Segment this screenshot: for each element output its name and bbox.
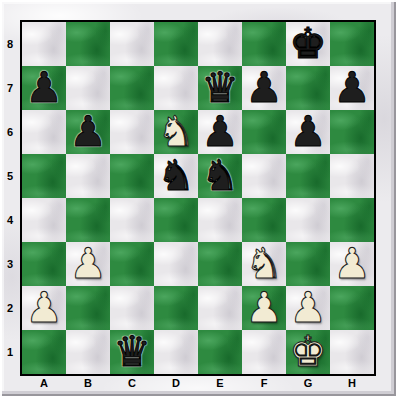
square-a7[interactable]: ♟ (22, 66, 66, 110)
square-e2[interactable] (198, 286, 242, 330)
square-b2[interactable] (66, 286, 110, 330)
square-a5[interactable] (22, 154, 66, 198)
square-b3[interactable]: ♟ (66, 242, 110, 286)
square-a3[interactable] (22, 242, 66, 286)
square-f4[interactable] (242, 198, 286, 242)
square-e3[interactable] (198, 242, 242, 286)
white-pawn-a2[interactable]: ♟ (25, 286, 63, 330)
square-d3[interactable] (154, 242, 198, 286)
square-h8[interactable] (330, 22, 374, 66)
square-f6[interactable] (242, 110, 286, 154)
square-c6[interactable] (110, 110, 154, 154)
square-g1[interactable]: ♚ (286, 330, 330, 374)
square-a4[interactable] (22, 198, 66, 242)
square-c5[interactable] (110, 154, 154, 198)
square-c4[interactable] (110, 198, 154, 242)
square-f3[interactable]: ♞ (242, 242, 286, 286)
rank-label-2: 2 (0, 286, 20, 330)
black-pawn-g6[interactable]: ♟ (289, 110, 327, 154)
square-e1[interactable] (198, 330, 242, 374)
square-d1[interactable] (154, 330, 198, 374)
square-h3[interactable]: ♟ (330, 242, 374, 286)
square-d8[interactable] (154, 22, 198, 66)
square-f7[interactable]: ♟ (242, 66, 286, 110)
square-g8[interactable]: ♚ (286, 22, 330, 66)
black-queen-c1[interactable]: ♛ (113, 330, 151, 374)
white-knight-d6[interactable]: ♞ (157, 110, 195, 154)
square-d6[interactable]: ♞ (154, 110, 198, 154)
square-g3[interactable] (286, 242, 330, 286)
file-label-g: G (286, 374, 330, 396)
square-b7[interactable] (66, 66, 110, 110)
file-label-f: F (242, 374, 286, 396)
black-pawn-e6[interactable]: ♟ (201, 110, 239, 154)
file-label-a: A (22, 374, 66, 396)
white-pawn-h3[interactable]: ♟ (333, 242, 371, 286)
white-pawn-g2[interactable]: ♟ (289, 286, 327, 330)
black-pawn-h7[interactable]: ♟ (333, 66, 371, 110)
white-knight-f3[interactable]: ♞ (245, 242, 283, 286)
square-e4[interactable] (198, 198, 242, 242)
square-b6[interactable]: ♟ (66, 110, 110, 154)
square-g5[interactable] (286, 154, 330, 198)
file-labels: ABCDEFGH (22, 374, 374, 396)
black-knight-e5[interactable]: ♞ (201, 154, 239, 198)
rank-label-4: 4 (0, 198, 20, 242)
black-pawn-b6[interactable]: ♟ (69, 110, 107, 154)
square-h7[interactable]: ♟ (330, 66, 374, 110)
black-queen-e7[interactable]: ♛ (201, 66, 239, 110)
black-pawn-f7[interactable]: ♟ (245, 66, 283, 110)
square-a8[interactable] (22, 22, 66, 66)
file-label-b: B (66, 374, 110, 396)
square-f5[interactable] (242, 154, 286, 198)
square-c7[interactable] (110, 66, 154, 110)
square-a2[interactable]: ♟ (22, 286, 66, 330)
square-b1[interactable] (66, 330, 110, 374)
square-h4[interactable] (330, 198, 374, 242)
square-f2[interactable]: ♟ (242, 286, 286, 330)
square-c2[interactable] (110, 286, 154, 330)
rank-label-8: 8 (0, 22, 20, 66)
square-f8[interactable] (242, 22, 286, 66)
square-g7[interactable] (286, 66, 330, 110)
rank-label-7: 7 (0, 66, 20, 110)
white-king-g1[interactable]: ♚ (289, 330, 327, 374)
rank-labels: 87654321 (0, 22, 20, 374)
chess-board: ♚♟♛♟♟♟♞♟♟♞♞♟♞♟♟♟♟♛♚ (20, 20, 376, 376)
square-b8[interactable] (66, 22, 110, 66)
square-a6[interactable] (22, 110, 66, 154)
square-g6[interactable]: ♟ (286, 110, 330, 154)
square-g2[interactable]: ♟ (286, 286, 330, 330)
square-e8[interactable] (198, 22, 242, 66)
square-g4[interactable] (286, 198, 330, 242)
file-label-e: E (198, 374, 242, 396)
square-d2[interactable] (154, 286, 198, 330)
black-king-g8[interactable]: ♚ (289, 22, 327, 66)
rank-label-1: 1 (0, 330, 20, 374)
square-h1[interactable] (330, 330, 374, 374)
rank-label-6: 6 (0, 110, 20, 154)
white-pawn-b3[interactable]: ♟ (69, 242, 107, 286)
square-d7[interactable] (154, 66, 198, 110)
file-label-h: H (330, 374, 374, 396)
square-c1[interactable]: ♛ (110, 330, 154, 374)
square-b5[interactable] (66, 154, 110, 198)
rank-label-3: 3 (0, 242, 20, 286)
black-knight-d5[interactable]: ♞ (157, 154, 195, 198)
square-a1[interactable] (22, 330, 66, 374)
square-h5[interactable] (330, 154, 374, 198)
square-h6[interactable] (330, 110, 374, 154)
rank-label-5: 5 (0, 154, 20, 198)
file-label-d: D (154, 374, 198, 396)
board-frame: ♚♟♛♟♟♟♞♟♟♞♞♟♞♟♟♟♟♛♚ 87654321 ABCDEFGH (0, 0, 396, 396)
file-label-c: C (110, 374, 154, 396)
white-pawn-f2[interactable]: ♟ (245, 286, 283, 330)
square-e5[interactable]: ♞ (198, 154, 242, 198)
square-e6[interactable]: ♟ (198, 110, 242, 154)
square-c8[interactable] (110, 22, 154, 66)
square-d5[interactable]: ♞ (154, 154, 198, 198)
square-d4[interactable] (154, 198, 198, 242)
square-h2[interactable] (330, 286, 374, 330)
square-c3[interactable] (110, 242, 154, 286)
square-e7[interactable]: ♛ (198, 66, 242, 110)
square-b4[interactable] (66, 198, 110, 242)
black-pawn-a7[interactable]: ♟ (25, 66, 63, 110)
square-f1[interactable] (242, 330, 286, 374)
